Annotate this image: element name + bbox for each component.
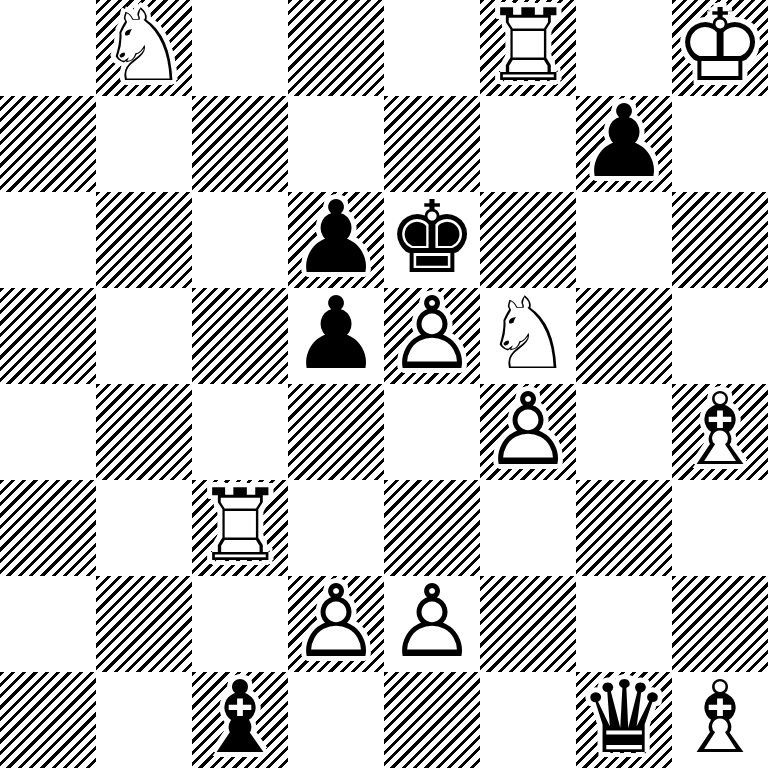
- square-e5[interactable]: ♟♙: [384, 288, 480, 384]
- piece-glyph: ♝: [192, 672, 288, 765]
- square-d2[interactable]: ♟♙: [288, 576, 384, 672]
- white-pawn[interactable]: ♟♙: [288, 576, 384, 672]
- square-c5[interactable]: [192, 288, 288, 384]
- black-pawn[interactable]: ♟♟: [576, 96, 672, 192]
- square-f6[interactable]: [480, 192, 576, 288]
- square-g5[interactable]: [576, 288, 672, 384]
- square-f8[interactable]: ♜♖: [480, 0, 576, 96]
- square-f5[interactable]: ♞♘: [480, 288, 576, 384]
- square-g1[interactable]: ♛♛: [576, 672, 672, 768]
- white-rook[interactable]: ♜♖: [480, 0, 576, 96]
- square-h2[interactable]: [672, 576, 768, 672]
- square-h4[interactable]: ♝♗: [672, 384, 768, 480]
- square-a6[interactable]: [0, 192, 96, 288]
- square-g8[interactable]: [576, 0, 672, 96]
- piece-glyph: ♟: [576, 96, 672, 189]
- black-queen[interactable]: ♛♛: [576, 672, 672, 768]
- white-bishop[interactable]: ♝♗: [672, 384, 768, 480]
- square-b7[interactable]: [96, 96, 192, 192]
- square-d8[interactable]: [288, 0, 384, 96]
- square-g7[interactable]: ♟♟: [576, 96, 672, 192]
- square-a3[interactable]: [0, 480, 96, 576]
- piece-glyph: ♔: [672, 0, 768, 93]
- square-e8[interactable]: [384, 0, 480, 96]
- square-g3[interactable]: [576, 480, 672, 576]
- piece-glyph: ♘: [96, 0, 192, 93]
- square-f4[interactable]: ♟♙: [480, 384, 576, 480]
- square-d7[interactable]: [288, 96, 384, 192]
- piece-glyph: ♙: [288, 576, 384, 669]
- square-c6[interactable]: [192, 192, 288, 288]
- square-h6[interactable]: [672, 192, 768, 288]
- square-e4[interactable]: [384, 384, 480, 480]
- square-c1[interactable]: ♝♝: [192, 672, 288, 768]
- white-king[interactable]: ♚♔: [672, 0, 768, 96]
- black-bishop[interactable]: ♝♝: [192, 672, 288, 768]
- white-pawn[interactable]: ♟♙: [384, 576, 480, 672]
- square-h1[interactable]: ♝♗: [672, 672, 768, 768]
- square-f2[interactable]: [480, 576, 576, 672]
- black-pawn[interactable]: ♟♟: [288, 288, 384, 384]
- square-f3[interactable]: [480, 480, 576, 576]
- square-g6[interactable]: [576, 192, 672, 288]
- square-a1[interactable]: [0, 672, 96, 768]
- square-h5[interactable]: [672, 288, 768, 384]
- piece-glyph: ♘: [480, 288, 576, 381]
- piece-glyph: ♗: [672, 384, 768, 477]
- piece-glyph: ♖: [480, 0, 576, 93]
- white-knight[interactable]: ♞♘: [96, 0, 192, 96]
- piece-glyph: ♛: [576, 672, 672, 765]
- square-a2[interactable]: [0, 576, 96, 672]
- square-h3[interactable]: [672, 480, 768, 576]
- square-e3[interactable]: [384, 480, 480, 576]
- square-a7[interactable]: [0, 96, 96, 192]
- square-b2[interactable]: [96, 576, 192, 672]
- square-b8[interactable]: ♞♘: [96, 0, 192, 96]
- square-a5[interactable]: [0, 288, 96, 384]
- square-d4[interactable]: [288, 384, 384, 480]
- square-b6[interactable]: [96, 192, 192, 288]
- white-pawn[interactable]: ♟♙: [480, 384, 576, 480]
- square-g4[interactable]: [576, 384, 672, 480]
- white-rook[interactable]: ♜♖: [192, 480, 288, 576]
- square-b3[interactable]: [96, 480, 192, 576]
- square-g2[interactable]: [576, 576, 672, 672]
- square-f1[interactable]: [480, 672, 576, 768]
- square-b4[interactable]: [96, 384, 192, 480]
- black-pawn[interactable]: ♟♟: [288, 192, 384, 288]
- square-e2[interactable]: ♟♙: [384, 576, 480, 672]
- square-d3[interactable]: [288, 480, 384, 576]
- square-c7[interactable]: [192, 96, 288, 192]
- chess-board: ♞♘♜♖♚♔♟♟♟♟♚♚♟♟♟♙♞♘♟♙♝♗♜♖♟♙♟♙♝♝♛♛♝♗: [0, 0, 768, 768]
- square-e6[interactable]: ♚♚: [384, 192, 480, 288]
- piece-glyph: ♟: [288, 192, 384, 285]
- white-bishop[interactable]: ♝♗: [672, 672, 768, 768]
- square-f7[interactable]: [480, 96, 576, 192]
- square-d5[interactable]: ♟♟: [288, 288, 384, 384]
- square-c2[interactable]: [192, 576, 288, 672]
- square-d1[interactable]: [288, 672, 384, 768]
- piece-glyph: ♙: [384, 288, 480, 381]
- piece-glyph: ♗: [672, 672, 768, 765]
- piece-glyph: ♟: [288, 288, 384, 381]
- square-b1[interactable]: [96, 672, 192, 768]
- square-d6[interactable]: ♟♟: [288, 192, 384, 288]
- square-h7[interactable]: [672, 96, 768, 192]
- white-knight[interactable]: ♞♘: [480, 288, 576, 384]
- piece-glyph: ♙: [384, 576, 480, 669]
- square-a8[interactable]: [0, 0, 96, 96]
- piece-glyph: ♙: [480, 384, 576, 477]
- piece-glyph: ♖: [192, 480, 288, 573]
- square-h8[interactable]: ♚♔: [672, 0, 768, 96]
- black-king[interactable]: ♚♚: [384, 192, 480, 288]
- square-e7[interactable]: [384, 96, 480, 192]
- white-pawn[interactable]: ♟♙: [384, 288, 480, 384]
- square-a4[interactable]: [0, 384, 96, 480]
- square-e1[interactable]: [384, 672, 480, 768]
- piece-glyph: ♚: [384, 192, 480, 285]
- square-b5[interactable]: [96, 288, 192, 384]
- square-c4[interactable]: [192, 384, 288, 480]
- square-c8[interactable]: [192, 0, 288, 96]
- square-c3[interactable]: ♜♖: [192, 480, 288, 576]
